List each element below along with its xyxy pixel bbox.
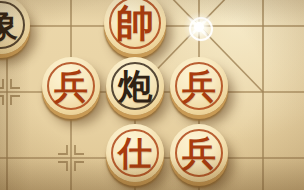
piece-glyph: 炮 [106, 57, 164, 115]
xiangqi-board[interactable]: 象帥兵炮兵仕兵 [0, 0, 304, 190]
piece-red-soldier-1[interactable]: 兵 [42, 57, 100, 115]
piece-black-elephant[interactable]: 象 [0, 0, 30, 54]
piece-red-soldier-2[interactable]: 兵 [170, 57, 228, 115]
sparkle-core-icon [194, 22, 204, 32]
piece-red-soldier-3[interactable]: 兵 [170, 124, 228, 182]
piece-glyph: 兵 [42, 57, 100, 115]
piece-glyph: 帥 [104, 0, 166, 54]
piece-glyph: 兵 [170, 57, 228, 115]
piece-red-advisor[interactable]: 仕 [106, 124, 164, 182]
piece-glyph: 仕 [106, 124, 164, 182]
piece-black-cannon[interactable]: 炮 [106, 57, 164, 115]
piece-glyph: 兵 [170, 124, 228, 182]
piece-red-general[interactable]: 帥 [104, 0, 166, 54]
piece-glyph: 象 [0, 0, 30, 54]
